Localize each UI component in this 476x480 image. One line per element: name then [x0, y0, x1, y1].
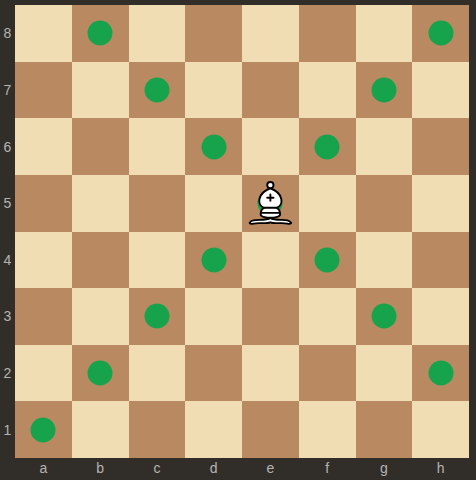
- move-dest-dot[interactable]: [371, 77, 396, 102]
- move-dest-dot[interactable]: [144, 304, 169, 329]
- rank-label-5: 5: [0, 175, 15, 232]
- square-d5[interactable]: [185, 175, 242, 232]
- white-bishop[interactable]: [242, 175, 299, 232]
- square-b4[interactable]: [72, 232, 129, 289]
- square-b6[interactable]: [72, 118, 129, 175]
- square-a7[interactable]: [15, 62, 72, 119]
- square-b3[interactable]: [72, 288, 129, 345]
- square-e2[interactable]: [242, 345, 299, 402]
- rank-label-8: 8: [0, 5, 15, 62]
- square-h4[interactable]: [412, 232, 469, 289]
- rank-label-6: 6: [0, 118, 15, 175]
- square-f7[interactable]: [299, 62, 356, 119]
- square-b2[interactable]: [72, 345, 129, 402]
- square-h3[interactable]: [412, 288, 469, 345]
- move-dest-dot[interactable]: [315, 134, 340, 159]
- square-a6[interactable]: [15, 118, 72, 175]
- file-label-b: b: [72, 458, 129, 480]
- square-h6[interactable]: [412, 118, 469, 175]
- square-e7[interactable]: [242, 62, 299, 119]
- square-a4[interactable]: [15, 232, 72, 289]
- square-d7[interactable]: [185, 62, 242, 119]
- square-e6[interactable]: [242, 118, 299, 175]
- move-dest-dot[interactable]: [201, 134, 226, 159]
- square-a3[interactable]: [15, 288, 72, 345]
- square-b5[interactable]: [72, 175, 129, 232]
- square-f2[interactable]: [299, 345, 356, 402]
- square-a8[interactable]: [15, 5, 72, 62]
- square-f4[interactable]: [299, 232, 356, 289]
- move-dest-dot[interactable]: [315, 247, 340, 272]
- square-f3[interactable]: [299, 288, 356, 345]
- move-dest-dot[interactable]: [371, 304, 396, 329]
- square-c3[interactable]: [129, 288, 186, 345]
- move-dest-dot[interactable]: [201, 247, 226, 272]
- square-e8[interactable]: [242, 5, 299, 62]
- square-c7[interactable]: [129, 62, 186, 119]
- square-a5[interactable]: [15, 175, 72, 232]
- file-label-c: c: [129, 458, 186, 480]
- chess-board: [15, 5, 469, 458]
- square-b7[interactable]: [72, 62, 129, 119]
- square-g3[interactable]: [356, 288, 413, 345]
- rank-label-4: 4: [0, 232, 15, 289]
- file-label-h: h: [412, 458, 469, 480]
- square-a1[interactable]: [15, 401, 72, 458]
- rank-label-3: 3: [0, 288, 15, 345]
- file-labels: abcdefgh: [15, 458, 469, 480]
- square-g6[interactable]: [356, 118, 413, 175]
- square-h2[interactable]: [412, 345, 469, 402]
- square-h1[interactable]: [412, 401, 469, 458]
- square-c5[interactable]: [129, 175, 186, 232]
- square-c4[interactable]: [129, 232, 186, 289]
- square-h7[interactable]: [412, 62, 469, 119]
- square-d2[interactable]: [185, 345, 242, 402]
- square-g1[interactable]: [356, 401, 413, 458]
- square-g5[interactable]: [356, 175, 413, 232]
- file-label-g: g: [356, 458, 413, 480]
- square-e3[interactable]: [242, 288, 299, 345]
- move-dest-dot[interactable]: [428, 21, 453, 46]
- square-g7[interactable]: [356, 62, 413, 119]
- square-f5[interactable]: [299, 175, 356, 232]
- file-label-d: d: [185, 458, 242, 480]
- square-d4[interactable]: [185, 232, 242, 289]
- square-e4[interactable]: [242, 232, 299, 289]
- square-b1[interactable]: [72, 401, 129, 458]
- move-dest-dot[interactable]: [88, 361, 113, 386]
- square-c2[interactable]: [129, 345, 186, 402]
- rank-labels: 87654321: [0, 5, 15, 458]
- square-d8[interactable]: [185, 5, 242, 62]
- square-f6[interactable]: [299, 118, 356, 175]
- move-dest-dot[interactable]: [144, 77, 169, 102]
- square-c1[interactable]: [129, 401, 186, 458]
- square-d6[interactable]: [185, 118, 242, 175]
- square-d1[interactable]: [185, 401, 242, 458]
- square-h8[interactable]: [412, 5, 469, 62]
- square-h5[interactable]: [412, 175, 469, 232]
- file-label-a: a: [15, 458, 72, 480]
- square-f8[interactable]: [299, 5, 356, 62]
- rank-label-1: 1: [0, 401, 15, 458]
- square-c6[interactable]: [129, 118, 186, 175]
- white-bishop-icon: [242, 175, 299, 232]
- rank-label-2: 2: [0, 345, 15, 402]
- square-d3[interactable]: [185, 288, 242, 345]
- square-a2[interactable]: [15, 345, 72, 402]
- square-b8[interactable]: [72, 5, 129, 62]
- move-dest-dot[interactable]: [428, 361, 453, 386]
- square-g8[interactable]: [356, 5, 413, 62]
- board-frame: 87654321 abcdefgh: [0, 0, 476, 480]
- square-g4[interactable]: [356, 232, 413, 289]
- rank-label-7: 7: [0, 62, 15, 119]
- move-dest-dot[interactable]: [31, 417, 56, 442]
- file-label-e: e: [242, 458, 299, 480]
- file-label-f: f: [299, 458, 356, 480]
- move-dest-dot[interactable]: [88, 21, 113, 46]
- square-f1[interactable]: [299, 401, 356, 458]
- square-c8[interactable]: [129, 5, 186, 62]
- square-g2[interactable]: [356, 345, 413, 402]
- square-e1[interactable]: [242, 401, 299, 458]
- square-e5[interactable]: [242, 175, 299, 232]
